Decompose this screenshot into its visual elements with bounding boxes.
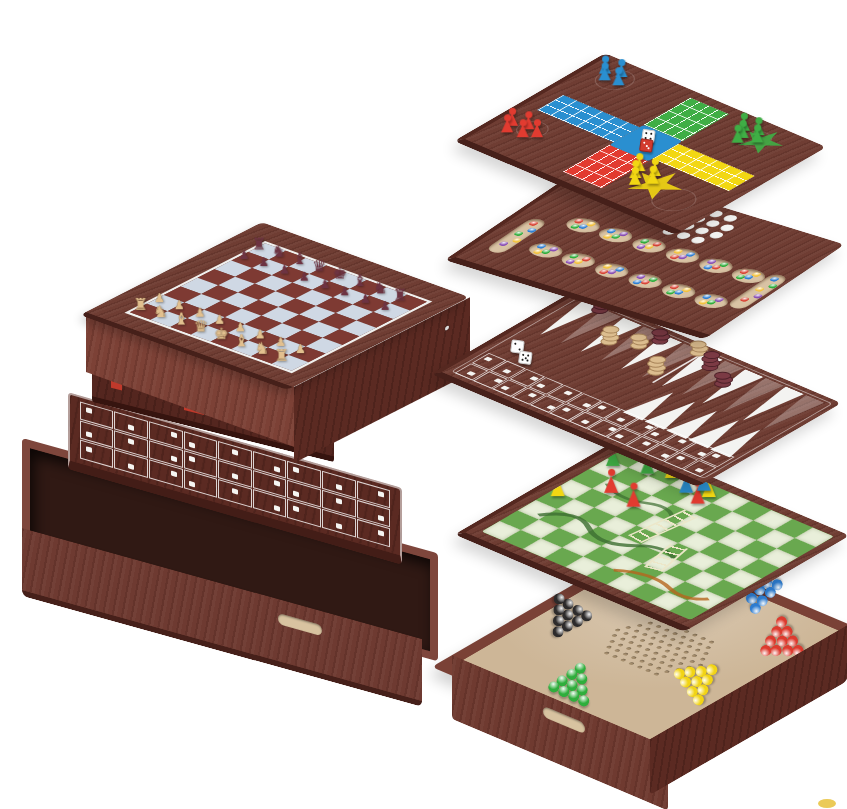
number-chip: [641, 441, 651, 446]
board-hole: [653, 672, 660, 676]
checker: [630, 333, 647, 341]
glass-bead: [569, 223, 581, 229]
board-hole: [630, 656, 637, 660]
board-hole: [647, 642, 654, 646]
board-hole: [644, 627, 651, 631]
number-chip: [378, 515, 384, 522]
board-hole: [708, 640, 715, 644]
glass-bead: [526, 228, 538, 234]
board-hole: [639, 659, 646, 663]
board-hole: [608, 639, 615, 643]
checker: [703, 351, 720, 359]
board-hole: [639, 638, 646, 642]
board-hole: [702, 652, 709, 656]
board-hole: [669, 638, 676, 642]
board-hole: [628, 662, 635, 666]
chess-piece: ♚: [333, 266, 347, 282]
number-chip: [561, 407, 571, 412]
die-pip: [646, 144, 648, 146]
glass-bead: [672, 248, 684, 254]
board-hole: [699, 637, 706, 641]
number-chip: [466, 371, 476, 376]
board-hole: [636, 665, 643, 669]
die-pip: [521, 354, 523, 356]
checker: [714, 372, 731, 380]
number-chip: [336, 522, 342, 529]
snl-pawn-red: [604, 469, 618, 493]
glass-bead: [697, 299, 709, 305]
white-dot: [717, 224, 736, 233]
chess-piece: ♟: [239, 249, 250, 261]
chess-piece: ♟: [259, 256, 270, 268]
drawer-handle-notch: [278, 613, 322, 636]
number-chip: [274, 505, 280, 512]
board-hole: [694, 648, 701, 652]
board-hole: [633, 629, 640, 633]
glass-bead: [735, 274, 747, 280]
glass-bead: [631, 279, 643, 285]
glass-bead: [511, 238, 523, 244]
number-chip: [378, 530, 384, 537]
glass-bead: [767, 283, 779, 289]
number-chip: [564, 391, 574, 396]
board-hole: [655, 646, 662, 650]
chess-piece: ♟: [360, 293, 371, 305]
board-hole: [663, 649, 670, 653]
number-chip: [128, 463, 134, 470]
number-chip: [189, 442, 195, 449]
board-hole: [614, 628, 621, 632]
chess-piece: ♟: [340, 285, 351, 297]
board-hole: [641, 633, 648, 637]
ludo-pawn-yellow: [646, 166, 658, 184]
board-hole: [614, 649, 621, 653]
chess-piece: ♞: [255, 341, 269, 357]
number-chip: [336, 484, 342, 491]
number-chip: [128, 424, 134, 431]
ludo-pawn-red: [531, 119, 543, 137]
board-hole: [652, 651, 659, 655]
ludo-pawn-blue: [599, 62, 611, 80]
board-hole: [650, 636, 657, 640]
marble-black: [572, 615, 583, 626]
glass-bead: [664, 289, 676, 295]
ludo-pawn-red: [502, 114, 514, 132]
board-hole: [666, 643, 673, 647]
checker: [651, 329, 668, 337]
chess-piece: ♜: [133, 297, 147, 313]
product-photo: ✦ ♜♞♝♛♚♝♞♜♟♟♟♟♟♟♟♟♟♟♟♟♟♟♟♟♜♞♝♛♚♝♞♜ ✦: [0, 0, 847, 809]
chess-piece: ♛: [312, 258, 326, 274]
ludo-board: ✦: [454, 53, 827, 235]
board-hole: [661, 634, 668, 638]
die-pip: [527, 354, 529, 356]
board-hole: [680, 656, 687, 660]
number-chip: [274, 481, 280, 488]
board-hole: [625, 646, 632, 650]
glass-bead: [668, 284, 680, 290]
glass-bead: [531, 249, 543, 255]
number-chip: [378, 491, 384, 498]
white-dot: [721, 214, 740, 223]
die-pip: [524, 357, 526, 359]
ludo-pawn-green: [732, 125, 744, 143]
ludo-pawn-red: [516, 119, 528, 137]
number-chip: [536, 383, 546, 388]
drawer-handle-notch: [543, 705, 585, 734]
number-chip: [616, 417, 626, 422]
board-hole: [672, 653, 679, 657]
white-dot: [706, 231, 725, 240]
chess-piece: ♛: [194, 319, 208, 335]
board-hole: [663, 628, 670, 632]
number-chip: [502, 369, 512, 374]
die-white: [517, 350, 532, 365]
board-hole: [680, 635, 687, 639]
snl-pawn-yellow: [551, 472, 565, 496]
glass-bead: [512, 231, 524, 237]
number-chip: [484, 357, 494, 362]
board-hole: [666, 664, 673, 668]
die-pip: [645, 132, 647, 134]
board-hole: [606, 645, 613, 649]
chess-piece: ♜: [393, 288, 407, 304]
chess-piece: ♜: [275, 348, 289, 364]
number-chip: [614, 434, 624, 439]
board-hole: [636, 644, 643, 648]
die-pip: [521, 359, 523, 361]
board-hole: [655, 625, 662, 629]
board-hole: [705, 646, 712, 650]
chess-piece: ♟: [299, 271, 310, 283]
board-hole: [611, 634, 618, 638]
board-hole: [633, 650, 640, 654]
chess-piece: ♟: [279, 263, 290, 275]
die-red: [640, 138, 655, 153]
ludo-pawn-green: [751, 124, 763, 142]
screw-dot: [445, 325, 449, 331]
chess-piece: ♝: [292, 251, 306, 267]
glass-bead: [705, 259, 717, 265]
board-hole: [691, 654, 698, 658]
board-hole: [652, 630, 659, 634]
number-chip: [580, 420, 590, 425]
board-hole: [628, 641, 635, 645]
glass-bead: [597, 269, 609, 275]
number-chip: [650, 432, 660, 437]
die-pip: [648, 147, 650, 149]
checker: [603, 325, 620, 333]
board-hole: [647, 621, 654, 625]
board-hole: [619, 658, 626, 662]
board-hole: [686, 645, 693, 649]
number-chip: [678, 439, 688, 444]
number-chip: [189, 456, 195, 463]
number-chip: [675, 456, 685, 461]
board-hole: [644, 648, 651, 652]
chess-piece: ♟: [295, 343, 306, 355]
number-chip: [128, 439, 134, 446]
die-pip: [644, 141, 646, 143]
number-chip: [232, 488, 238, 495]
die-pip: [526, 360, 528, 362]
board-hole: [647, 663, 654, 667]
board-hole: [625, 626, 632, 630]
board-hole: [677, 641, 684, 645]
board-hole: [650, 657, 657, 661]
number-chip: [86, 407, 92, 414]
chess-piece: ♞: [272, 244, 286, 260]
number-chip: [171, 432, 177, 439]
chess-piece: ♟: [319, 278, 330, 290]
board-hole: [658, 640, 665, 644]
ludo-pawn-yellow: [629, 167, 641, 185]
white-dot: [688, 236, 707, 245]
board-hole: [664, 670, 671, 674]
board-hole: [622, 652, 629, 656]
number-chip: [499, 386, 509, 391]
board-hole: [683, 650, 690, 654]
backgammon-board: [431, 290, 842, 487]
board-hole: [691, 633, 698, 637]
chess-piece: ♜: [252, 236, 266, 252]
glass-bead: [752, 293, 764, 299]
glass-bead: [768, 276, 780, 282]
board-hole: [630, 635, 637, 639]
number-chip: [293, 491, 299, 498]
number-chip: [232, 473, 238, 480]
number-chip: [171, 456, 177, 463]
chess-piece: ♚: [214, 326, 228, 342]
glass-bead: [572, 218, 584, 224]
board-hole: [669, 658, 676, 662]
number-chip: [232, 449, 238, 456]
number-chip: [293, 467, 299, 474]
number-chip: [712, 453, 722, 458]
number-chip: [527, 393, 537, 398]
snl-pawn-red: [627, 483, 641, 507]
board-hole: [677, 662, 684, 666]
board-hole: [603, 651, 610, 655]
die-pip: [514, 342, 516, 344]
watermark-dot: [818, 799, 836, 808]
board-hole: [699, 657, 706, 661]
chess-piece: ♞: [154, 304, 168, 320]
board-hole: [636, 623, 643, 627]
number-chip: [598, 405, 608, 410]
board-hole: [674, 647, 681, 651]
board-hole: [617, 643, 624, 647]
glass-bead: [738, 296, 750, 302]
glass-bead: [498, 241, 510, 247]
board-hole: [688, 639, 695, 643]
glass-bead: [668, 254, 680, 260]
number-chip: [189, 480, 195, 487]
board-hole: [655, 666, 662, 670]
number-chip: [694, 468, 704, 473]
board-hole: [688, 660, 695, 664]
chess-piece: ♟: [380, 300, 391, 312]
board-hole: [622, 631, 629, 635]
chess-piece: ♝: [353, 273, 367, 289]
board-hole: [619, 637, 626, 641]
number-chip: [274, 466, 280, 473]
board-hole: [644, 669, 651, 673]
glass-bead: [527, 221, 539, 227]
board-hole: [661, 655, 668, 659]
number-chip: [86, 431, 92, 438]
glass-bead: [701, 264, 713, 270]
white-dot: [692, 227, 711, 236]
chess-piece: ♝: [234, 333, 248, 349]
board-hole: [697, 642, 704, 646]
number-chip: [171, 470, 177, 477]
glass-bead: [753, 286, 765, 292]
board-hole: [641, 654, 648, 658]
die-pip: [650, 133, 652, 135]
chess-piece: ♞: [373, 280, 387, 296]
mancala-pit: [689, 291, 734, 311]
board-hole: [672, 632, 679, 636]
white-dot: [703, 219, 722, 228]
board-hole: [611, 654, 618, 658]
ludo-pawn-blue: [613, 67, 625, 85]
number-chip: [336, 498, 342, 505]
chess-piece: ♝: [174, 311, 188, 327]
snl-field: [482, 448, 834, 620]
number-chip: [86, 446, 92, 453]
board-hole: [658, 661, 665, 665]
glass-bead: [635, 244, 647, 250]
number-chip: [293, 505, 299, 512]
marble-black: [572, 604, 583, 615]
